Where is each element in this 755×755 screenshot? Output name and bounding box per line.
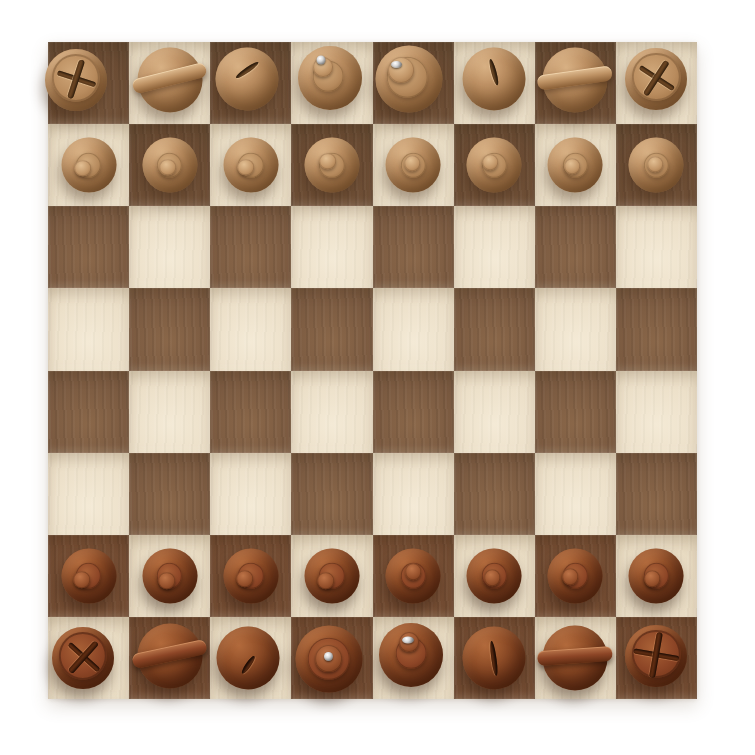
square-h6[interactable] [616, 206, 697, 288]
piece-walnut-pawn[interactable] [548, 138, 603, 193]
product-photo [0, 0, 755, 755]
square-c7[interactable] [210, 124, 291, 206]
square-f5[interactable] [454, 288, 535, 370]
square-f8[interactable] [454, 42, 535, 124]
pawn-head [320, 153, 337, 170]
piece-mahogany-king[interactable] [379, 623, 443, 687]
step-band-holder [130, 41, 209, 120]
piece-mahogany-pawn[interactable] [467, 548, 522, 603]
pawn-cap [304, 548, 359, 603]
square-a4[interactable] [48, 371, 129, 453]
square-c4[interactable] [210, 371, 291, 453]
square-g5[interactable] [535, 288, 616, 370]
cross-groove [39, 614, 127, 702]
piece-mahogany-knight[interactable] [543, 625, 608, 690]
piece-walnut-knight[interactable] [543, 48, 608, 113]
step-band-holder [539, 43, 612, 116]
slot-groove-holder [203, 26, 291, 114]
slot-groove-holder [456, 33, 533, 110]
square-c8[interactable] [210, 42, 291, 124]
pawn-head [159, 159, 176, 176]
square-h8[interactable] [616, 42, 697, 124]
piece-mahogany-pawn[interactable] [142, 548, 197, 603]
piece-mahogany-pawn[interactable] [548, 548, 603, 603]
pawn-head [73, 572, 90, 589]
square-b5[interactable] [129, 288, 210, 370]
slot-groove-holder [204, 621, 292, 709]
chess-board [48, 42, 697, 699]
queen-tiers [374, 44, 441, 111]
piece-mahogany-rook[interactable] [625, 625, 687, 687]
piece-walnut-king[interactable] [298, 46, 362, 110]
square-d6[interactable] [291, 206, 372, 288]
pawn-cap [386, 548, 441, 603]
square-e6[interactable] [373, 206, 454, 288]
piece-walnut-pawn[interactable] [223, 138, 278, 193]
pawn-head [158, 573, 175, 590]
piece-mahogany-knight[interactable] [137, 623, 202, 688]
pawn-head [562, 569, 579, 586]
step-band [132, 62, 208, 94]
step-band-holder [131, 617, 208, 694]
piece-walnut-rook[interactable] [625, 48, 687, 110]
pawn-head [237, 571, 254, 588]
square-e7[interactable] [373, 124, 454, 206]
step-band [132, 639, 208, 669]
piece-mahogany-pawn[interactable] [386, 548, 441, 603]
pawn-head [405, 564, 422, 581]
piece-walnut-bishop[interactable] [463, 48, 526, 111]
metal-bead [324, 652, 333, 661]
pawn-head [404, 155, 421, 172]
cross-groove [614, 36, 700, 122]
square-d2[interactable] [291, 535, 372, 617]
pawn-cap [629, 138, 684, 193]
pawn-head [318, 573, 335, 590]
square-b2[interactable] [129, 535, 210, 617]
square-g4[interactable] [535, 371, 616, 453]
square-g2[interactable] [535, 535, 616, 617]
step-band [537, 66, 612, 91]
square-c5[interactable] [210, 288, 291, 370]
piece-walnut-rook[interactable] [45, 49, 107, 111]
pawn-cap [61, 548, 116, 603]
piece-walnut-pawn[interactable] [142, 138, 197, 193]
pawn-cap [548, 548, 603, 603]
cross-groove-bar [644, 60, 670, 96]
square-b6[interactable] [129, 206, 210, 288]
square-c3[interactable] [210, 453, 291, 535]
square-e4[interactable] [373, 371, 454, 453]
slot-groove [234, 60, 260, 81]
square-d8[interactable] [291, 42, 372, 124]
pawn-head [74, 160, 91, 177]
slot-groove [488, 58, 501, 86]
pawn-cap [223, 548, 278, 603]
square-a5[interactable] [48, 288, 129, 370]
slot-groove [489, 640, 500, 676]
queen-tiers [295, 625, 362, 692]
pawn-head [484, 570, 501, 587]
piece-mahogany-pawn[interactable] [223, 548, 278, 603]
king-finial [296, 44, 360, 108]
cross-groove [37, 41, 115, 119]
piece-walnut-pawn[interactable] [61, 138, 116, 193]
slot-groove [239, 655, 256, 676]
square-d3[interactable] [291, 453, 372, 535]
square-f3[interactable] [454, 453, 535, 535]
piece-mahogany-rook[interactable] [52, 627, 114, 689]
pawn-cap [61, 138, 116, 193]
square-g8[interactable] [535, 42, 616, 124]
square-e8[interactable] [373, 42, 454, 124]
square-e2[interactable] [373, 535, 454, 617]
piece-walnut-pawn[interactable] [304, 138, 359, 193]
square-h7[interactable] [616, 124, 697, 206]
square-f7[interactable] [454, 124, 535, 206]
cross-groove [621, 620, 693, 692]
piece-mahogany-pawn[interactable] [61, 548, 116, 603]
pawn-cap [386, 138, 441, 193]
piece-walnut-bishop[interactable] [215, 48, 278, 111]
square-b1[interactable] [129, 617, 210, 699]
square-f2[interactable] [454, 535, 535, 617]
pawn-cap [223, 138, 278, 193]
square-h2[interactable] [616, 535, 697, 617]
piece-walnut-pawn[interactable] [386, 138, 441, 193]
square-b3[interactable] [129, 453, 210, 535]
square-h1[interactable] [616, 617, 697, 699]
piece-mahogany-bishop[interactable] [216, 626, 279, 689]
pawn-cap [142, 138, 197, 193]
square-g1[interactable] [535, 617, 616, 699]
square-h4[interactable] [616, 371, 697, 453]
square-a6[interactable] [48, 206, 129, 288]
square-e1[interactable] [373, 617, 454, 699]
square-h5[interactable] [616, 288, 697, 370]
metal-bead [391, 61, 402, 68]
piece-mahogany-bishop[interactable] [463, 626, 526, 689]
pawn-head [238, 159, 255, 176]
square-f6[interactable] [454, 206, 535, 288]
pawn-cap [548, 138, 603, 193]
square-d4[interactable] [291, 371, 372, 453]
pawn-cap [629, 548, 684, 603]
metal-bead [316, 56, 325, 65]
square-d5[interactable] [291, 288, 372, 370]
square-b4[interactable] [129, 371, 210, 453]
square-c6[interactable] [210, 206, 291, 288]
piece-walnut-knight[interactable] [137, 48, 202, 113]
square-c2[interactable] [210, 535, 291, 617]
pawn-cap [304, 138, 359, 193]
square-h3[interactable] [616, 453, 697, 535]
pawn-head [564, 158, 581, 175]
square-a2[interactable] [48, 535, 129, 617]
pawn-cap [467, 138, 522, 193]
piece-walnut-queen[interactable] [376, 46, 443, 113]
square-d1[interactable] [291, 617, 372, 699]
piece-mahogany-queen[interactable] [295, 625, 362, 692]
pawn-head [647, 156, 664, 173]
square-b8[interactable] [129, 42, 210, 124]
step-band-holder [541, 623, 610, 692]
square-e3[interactable] [373, 453, 454, 535]
pawn-cap [142, 548, 197, 603]
square-d7[interactable] [291, 124, 372, 206]
square-b7[interactable] [129, 124, 210, 206]
square-f4[interactable] [454, 371, 535, 453]
step-band [538, 646, 613, 666]
pawn-head [644, 571, 661, 588]
square-f1[interactable] [454, 617, 535, 699]
piece-walnut-pawn[interactable] [629, 138, 684, 193]
pawn-cap [467, 548, 522, 603]
square-g7[interactable] [535, 124, 616, 206]
metal-bead [402, 636, 414, 643]
square-a7[interactable] [48, 124, 129, 206]
slot-groove-holder [459, 622, 530, 693]
piece-walnut-pawn[interactable] [467, 138, 522, 193]
pawn-head [482, 154, 499, 171]
square-g3[interactable] [535, 453, 616, 535]
square-a8[interactable] [48, 42, 129, 124]
square-a3[interactable] [48, 453, 129, 535]
square-e5[interactable] [373, 288, 454, 370]
square-g6[interactable] [535, 206, 616, 288]
square-c1[interactable] [210, 617, 291, 699]
square-a1[interactable] [48, 617, 129, 699]
piece-mahogany-pawn[interactable] [629, 548, 684, 603]
piece-mahogany-pawn[interactable] [304, 548, 359, 603]
king-finial [379, 621, 443, 685]
